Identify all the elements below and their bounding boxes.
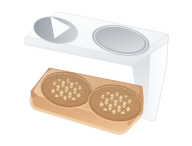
render-canvas: 3D rendering on a white background: a wh… xyxy=(0,0,192,146)
wood-tray xyxy=(31,68,145,133)
scene-3d-render xyxy=(0,0,192,146)
